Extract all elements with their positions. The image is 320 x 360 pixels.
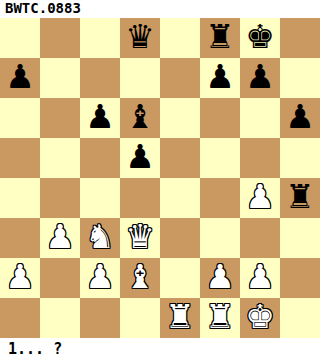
- square-c1[interactable]: [80, 298, 120, 338]
- square-c4[interactable]: [80, 178, 120, 218]
- square-e7[interactable]: [160, 58, 200, 98]
- square-g2[interactable]: ♟: [240, 258, 280, 298]
- square-g8[interactable]: ♚: [240, 18, 280, 58]
- square-d4[interactable]: [120, 178, 160, 218]
- square-h2[interactable]: [280, 258, 320, 298]
- square-e8[interactable]: [160, 18, 200, 58]
- square-f5[interactable]: [200, 138, 240, 178]
- square-b3[interactable]: ♟: [40, 218, 80, 258]
- square-e1[interactable]: ♜: [160, 298, 200, 338]
- square-d1[interactable]: [120, 298, 160, 338]
- square-h8[interactable]: [280, 18, 320, 58]
- square-h6[interactable]: ♟: [280, 98, 320, 138]
- white-pawn-icon: ♟: [245, 258, 275, 297]
- white-pawn-icon: ♟: [45, 218, 75, 257]
- square-b6[interactable]: [40, 98, 80, 138]
- square-c6[interactable]: ♟: [80, 98, 120, 138]
- square-a6[interactable]: [0, 98, 40, 138]
- square-h7[interactable]: [280, 58, 320, 98]
- square-f2[interactable]: ♟: [200, 258, 240, 298]
- white-rook-icon: ♜: [205, 298, 235, 337]
- square-e2[interactable]: [160, 258, 200, 298]
- white-pawn-icon: ♟: [245, 178, 275, 217]
- square-d3[interactable]: ♛: [120, 218, 160, 258]
- puzzle-title: BWTC.0883: [0, 0, 320, 18]
- move-prompt: 1... ?: [0, 338, 320, 360]
- square-g3[interactable]: [240, 218, 280, 258]
- square-f4[interactable]: [200, 178, 240, 218]
- black-bishop-icon: ♝: [125, 98, 155, 137]
- black-rook-icon: ♜: [205, 18, 235, 57]
- square-a8[interactable]: [0, 18, 40, 58]
- white-pawn-icon: ♟: [5, 258, 35, 297]
- square-f8[interactable]: ♜: [200, 18, 240, 58]
- square-e6[interactable]: [160, 98, 200, 138]
- square-f3[interactable]: [200, 218, 240, 258]
- square-a4[interactable]: [0, 178, 40, 218]
- black-rook-icon: ♜: [285, 178, 315, 217]
- square-c2[interactable]: ♟: [80, 258, 120, 298]
- square-b2[interactable]: [40, 258, 80, 298]
- white-pawn-icon: ♟: [205, 258, 235, 297]
- square-d8[interactable]: ♛: [120, 18, 160, 58]
- black-pawn-icon: ♟: [285, 98, 315, 137]
- square-h1[interactable]: [280, 298, 320, 338]
- square-f7[interactable]: ♟: [200, 58, 240, 98]
- square-c8[interactable]: [80, 18, 120, 58]
- black-queen-icon: ♛: [125, 18, 155, 57]
- square-b7[interactable]: [40, 58, 80, 98]
- white-bishop-icon: ♝: [125, 258, 155, 297]
- square-g6[interactable]: [240, 98, 280, 138]
- white-knight-icon: ♞: [85, 218, 115, 257]
- square-f6[interactable]: [200, 98, 240, 138]
- square-g1[interactable]: ♚: [240, 298, 280, 338]
- square-h3[interactable]: [280, 218, 320, 258]
- square-h5[interactable]: [280, 138, 320, 178]
- white-rook-icon: ♜: [165, 298, 195, 337]
- black-pawn-icon: ♟: [85, 98, 115, 137]
- black-pawn-icon: ♟: [245, 58, 275, 97]
- white-queen-icon: ♛: [125, 218, 155, 257]
- square-e4[interactable]: [160, 178, 200, 218]
- black-pawn-icon: ♟: [205, 58, 235, 97]
- square-d2[interactable]: ♝: [120, 258, 160, 298]
- square-b1[interactable]: [40, 298, 80, 338]
- square-a1[interactable]: [0, 298, 40, 338]
- square-d6[interactable]: ♝: [120, 98, 160, 138]
- square-e3[interactable]: [160, 218, 200, 258]
- black-pawn-icon: ♟: [5, 58, 35, 97]
- square-d5[interactable]: ♟: [120, 138, 160, 178]
- square-a7[interactable]: ♟: [0, 58, 40, 98]
- square-a2[interactable]: ♟: [0, 258, 40, 298]
- square-f1[interactable]: ♜: [200, 298, 240, 338]
- square-a3[interactable]: [0, 218, 40, 258]
- square-g7[interactable]: ♟: [240, 58, 280, 98]
- square-b8[interactable]: [40, 18, 80, 58]
- square-h4[interactable]: ♜: [280, 178, 320, 218]
- black-king-icon: ♚: [245, 18, 275, 57]
- square-c5[interactable]: [80, 138, 120, 178]
- square-a5[interactable]: [0, 138, 40, 178]
- square-c7[interactable]: [80, 58, 120, 98]
- square-c3[interactable]: ♞: [80, 218, 120, 258]
- square-g4[interactable]: ♟: [240, 178, 280, 218]
- white-king-icon: ♚: [245, 298, 275, 337]
- square-d7[interactable]: [120, 58, 160, 98]
- chess-board: ♛♜♚♟♟♟♟♝♟♟♟♜♟♞♛♟♟♝♟♟♜♜♚: [0, 18, 320, 338]
- square-b4[interactable]: [40, 178, 80, 218]
- square-g5[interactable]: [240, 138, 280, 178]
- white-pawn-icon: ♟: [85, 258, 115, 297]
- square-b5[interactable]: [40, 138, 80, 178]
- square-e5[interactable]: [160, 138, 200, 178]
- black-pawn-icon: ♟: [125, 138, 155, 177]
